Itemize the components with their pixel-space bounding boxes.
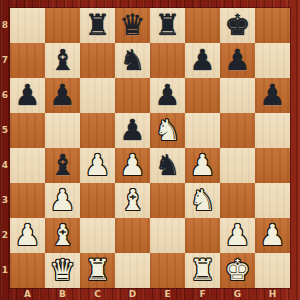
white-knight[interactable]: ♞: [185, 183, 220, 218]
square-a4[interactable]: [10, 148, 45, 183]
white-pawn[interactable]: ♟: [220, 218, 255, 253]
square-e1[interactable]: [150, 253, 185, 288]
square-e5[interactable]: ♞: [150, 113, 185, 148]
square-h6[interactable]: ♟: [255, 78, 290, 113]
square-e6[interactable]: ♟: [150, 78, 185, 113]
black-bishop[interactable]: ♝: [45, 148, 80, 183]
square-f3[interactable]: ♞: [185, 183, 220, 218]
square-g4[interactable]: [220, 148, 255, 183]
white-knight[interactable]: ♞: [150, 113, 185, 148]
square-f1[interactable]: ♜: [185, 253, 220, 288]
rank-label-6: 6: [0, 78, 10, 113]
square-d2[interactable]: [115, 218, 150, 253]
square-f5[interactable]: [185, 113, 220, 148]
square-h3[interactable]: [255, 183, 290, 218]
black-pawn[interactable]: ♟: [150, 78, 185, 113]
white-pawn[interactable]: ♟: [10, 218, 45, 253]
square-h1[interactable]: [255, 253, 290, 288]
white-pawn[interactable]: ♟: [185, 148, 220, 183]
square-c5[interactable]: [80, 113, 115, 148]
white-pawn[interactable]: ♟: [80, 148, 115, 183]
square-c8[interactable]: ♜: [80, 8, 115, 43]
square-b4[interactable]: ♝: [45, 148, 80, 183]
white-pawn[interactable]: ♟: [45, 183, 80, 218]
square-e3[interactable]: [150, 183, 185, 218]
black-pawn[interactable]: ♟: [255, 78, 290, 113]
square-c6[interactable]: [80, 78, 115, 113]
square-f8[interactable]: [185, 8, 220, 43]
square-e4[interactable]: ♞: [150, 148, 185, 183]
file-label-b: B: [45, 288, 80, 300]
square-a8[interactable]: [10, 8, 45, 43]
square-b8[interactable]: [45, 8, 80, 43]
white-pawn[interactable]: ♟: [255, 218, 290, 253]
square-f4[interactable]: ♟: [185, 148, 220, 183]
white-pawn[interactable]: ♟: [115, 148, 150, 183]
square-d7[interactable]: ♞: [115, 43, 150, 78]
white-king[interactable]: ♚: [220, 253, 255, 288]
file-label-f: F: [185, 288, 220, 300]
white-bishop[interactable]: ♝: [45, 218, 80, 253]
square-d5[interactable]: ♟: [115, 113, 150, 148]
square-f6[interactable]: [185, 78, 220, 113]
square-c2[interactable]: [80, 218, 115, 253]
black-pawn[interactable]: ♟: [115, 113, 150, 148]
white-rook[interactable]: ♜: [185, 253, 220, 288]
chess-board-diagram: ♜♛♜♚♝♞♟♟♟♟♟♟♟♞♝♟♟♞♟♟♝♞♟♝♟♟♛♜♜♚ 87654321 …: [0, 0, 300, 300]
square-g2[interactable]: ♟: [220, 218, 255, 253]
square-d1[interactable]: [115, 253, 150, 288]
square-b3[interactable]: ♟: [45, 183, 80, 218]
square-h7[interactable]: [255, 43, 290, 78]
square-e8[interactable]: ♜: [150, 8, 185, 43]
file-label-c: C: [80, 288, 115, 300]
black-king[interactable]: ♚: [220, 8, 255, 43]
square-b7[interactable]: ♝: [45, 43, 80, 78]
black-pawn[interactable]: ♟: [45, 78, 80, 113]
rank-labels: 87654321: [0, 8, 10, 288]
square-b5[interactable]: [45, 113, 80, 148]
white-bishop[interactable]: ♝: [115, 183, 150, 218]
square-b6[interactable]: ♟: [45, 78, 80, 113]
square-d8[interactable]: ♛: [115, 8, 150, 43]
square-c7[interactable]: [80, 43, 115, 78]
square-a7[interactable]: [10, 43, 45, 78]
square-d3[interactable]: ♝: [115, 183, 150, 218]
square-f7[interactable]: ♟: [185, 43, 220, 78]
square-e7[interactable]: [150, 43, 185, 78]
rank-label-5: 5: [0, 113, 10, 148]
rank-label-2: 2: [0, 218, 10, 253]
black-knight[interactable]: ♞: [115, 43, 150, 78]
square-a6[interactable]: ♟: [10, 78, 45, 113]
rank-label-8: 8: [0, 8, 10, 43]
black-pawn[interactable]: ♟: [185, 43, 220, 78]
square-b2[interactable]: ♝: [45, 218, 80, 253]
file-label-h: H: [255, 288, 290, 300]
rank-label-4: 4: [0, 148, 10, 183]
square-d4[interactable]: ♟: [115, 148, 150, 183]
file-label-d: D: [115, 288, 150, 300]
white-rook[interactable]: ♜: [80, 253, 115, 288]
black-pawn[interactable]: ♟: [10, 78, 45, 113]
black-bishop[interactable]: ♝: [45, 43, 80, 78]
chess-board: ♜♛♜♚♝♞♟♟♟♟♟♟♟♞♝♟♟♞♟♟♝♞♟♝♟♟♛♜♜♚: [10, 8, 290, 288]
square-d6[interactable]: [115, 78, 150, 113]
black-rook[interactable]: ♜: [80, 8, 115, 43]
square-c4[interactable]: ♟: [80, 148, 115, 183]
square-h4[interactable]: [255, 148, 290, 183]
square-g1[interactable]: ♚: [220, 253, 255, 288]
square-a3[interactable]: [10, 183, 45, 218]
file-labels: ABCDEFGH: [10, 288, 290, 300]
square-h2[interactable]: ♟: [255, 218, 290, 253]
black-knight[interactable]: ♞: [150, 148, 185, 183]
black-rook[interactable]: ♜: [150, 8, 185, 43]
white-queen[interactable]: ♛: [45, 253, 80, 288]
file-label-a: A: [10, 288, 45, 300]
square-h5[interactable]: [255, 113, 290, 148]
square-g8[interactable]: ♚: [220, 8, 255, 43]
square-a5[interactable]: [10, 113, 45, 148]
square-g5[interactable]: [220, 113, 255, 148]
square-g6[interactable]: [220, 78, 255, 113]
square-h8[interactable]: [255, 8, 290, 43]
rank-label-1: 1: [0, 253, 10, 288]
rank-label-3: 3: [0, 183, 10, 218]
file-label-g: G: [220, 288, 255, 300]
file-label-e: E: [150, 288, 185, 300]
square-g7[interactable]: ♟: [220, 43, 255, 78]
rank-label-7: 7: [0, 43, 10, 78]
square-g3[interactable]: [220, 183, 255, 218]
square-c1[interactable]: ♜: [80, 253, 115, 288]
square-c3[interactable]: [80, 183, 115, 218]
square-a2[interactable]: ♟: [10, 218, 45, 253]
square-b1[interactable]: ♛: [45, 253, 80, 288]
black-pawn[interactable]: ♟: [220, 43, 255, 78]
square-e2[interactable]: [150, 218, 185, 253]
square-a1[interactable]: [10, 253, 45, 288]
square-f2[interactable]: [185, 218, 220, 253]
black-queen[interactable]: ♛: [115, 8, 150, 43]
